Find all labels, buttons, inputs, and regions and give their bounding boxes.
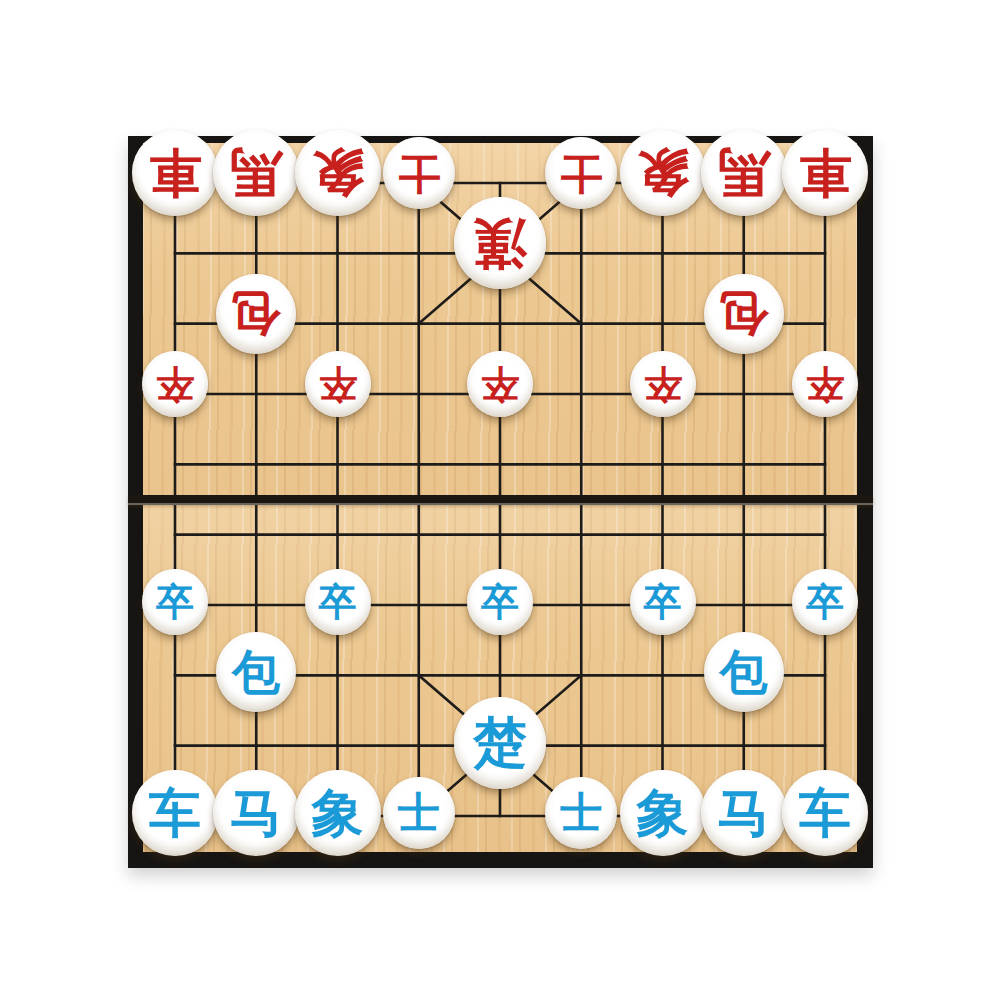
piece-blue-cannon[interactable]: 包 — [704, 632, 784, 712]
soldier-glyph: 卒 — [319, 583, 357, 621]
piece-red-chariot[interactable]: 車 — [782, 130, 868, 216]
soldier-glyph: 卒 — [806, 365, 844, 403]
piece-red-soldier[interactable]: 卒 — [467, 351, 533, 417]
chariot-glyph: 車 — [799, 147, 851, 199]
piece-red-elephant[interactable]: 象 — [295, 130, 381, 216]
piece-blue-soldier[interactable]: 卒 — [630, 569, 696, 635]
chariot-glyph: 車 — [149, 147, 201, 199]
piece-red-elephant[interactable]: 象 — [620, 130, 706, 216]
piece-red-horse[interactable]: 馬 — [701, 130, 787, 216]
elephant-glyph: 象 — [312, 147, 364, 199]
piece-blue-horse[interactable]: 马 — [701, 770, 787, 856]
soldier-glyph: 卒 — [319, 365, 357, 403]
soldier-glyph: 卒 — [481, 365, 519, 403]
king-glyph: 漢 — [473, 216, 527, 270]
piece-blue-horse[interactable]: 马 — [213, 770, 299, 856]
piece-red-king[interactable]: 漢 — [454, 197, 546, 289]
cannon-glyph: 包 — [720, 290, 768, 338]
piece-red-advisor[interactable]: 士 — [383, 137, 455, 209]
piece-blue-cannon[interactable]: 包 — [216, 632, 296, 712]
advisor-glyph: 士 — [560, 152, 602, 194]
horse-glyph: 马 — [230, 787, 282, 839]
piece-blue-advisor[interactable]: 士 — [545, 777, 617, 849]
elephant-glyph: 象 — [312, 787, 364, 839]
horse-glyph: 馬 — [718, 147, 770, 199]
soldier-glyph: 卒 — [156, 583, 194, 621]
soldier-glyph: 卒 — [644, 583, 682, 621]
piece-blue-soldier[interactable]: 卒 — [142, 569, 208, 635]
piece-blue-advisor[interactable]: 士 — [383, 777, 455, 849]
horse-glyph: 馬 — [230, 147, 282, 199]
piece-blue-elephant[interactable]: 象 — [620, 770, 706, 856]
elephant-glyph: 象 — [637, 787, 689, 839]
piece-red-horse[interactable]: 馬 — [213, 130, 299, 216]
piece-red-cannon[interactable]: 包 — [704, 274, 784, 354]
advisor-glyph: 士 — [398, 152, 440, 194]
piece-red-soldier[interactable]: 卒 — [792, 351, 858, 417]
piece-blue-soldier[interactable]: 卒 — [305, 569, 371, 635]
pieces-layer: 車馬象士士象馬車漢包包卒卒卒卒卒卒卒卒卒卒包包楚车马象士士象马车 — [0, 0, 1000, 1000]
cannon-glyph: 包 — [232, 648, 280, 696]
horse-glyph: 马 — [718, 787, 770, 839]
piece-blue-king[interactable]: 楚 — [454, 697, 546, 789]
soldier-glyph: 卒 — [806, 583, 844, 621]
piece-blue-elephant[interactable]: 象 — [295, 770, 381, 856]
piece-blue-chariot[interactable]: 车 — [132, 770, 218, 856]
piece-blue-soldier[interactable]: 卒 — [792, 569, 858, 635]
piece-blue-soldier[interactable]: 卒 — [467, 569, 533, 635]
piece-red-chariot[interactable]: 車 — [132, 130, 218, 216]
chariot-glyph: 车 — [799, 787, 851, 839]
king-glyph: 楚 — [473, 716, 527, 770]
photo-backdrop: 車馬象士士象馬車漢包包卒卒卒卒卒卒卒卒卒卒包包楚车马象士士象马车 — [0, 0, 1000, 1000]
chariot-glyph: 车 — [149, 787, 201, 839]
piece-red-soldier[interactable]: 卒 — [630, 351, 696, 417]
piece-red-advisor[interactable]: 士 — [545, 137, 617, 209]
piece-red-soldier[interactable]: 卒 — [305, 351, 371, 417]
advisor-glyph: 士 — [560, 792, 602, 834]
advisor-glyph: 士 — [398, 792, 440, 834]
soldier-glyph: 卒 — [644, 365, 682, 403]
soldier-glyph: 卒 — [156, 365, 194, 403]
soldier-glyph: 卒 — [481, 583, 519, 621]
piece-red-cannon[interactable]: 包 — [216, 274, 296, 354]
cannon-glyph: 包 — [232, 290, 280, 338]
elephant-glyph: 象 — [637, 147, 689, 199]
piece-red-soldier[interactable]: 卒 — [142, 351, 208, 417]
piece-blue-chariot[interactable]: 车 — [782, 770, 868, 856]
cannon-glyph: 包 — [720, 648, 768, 696]
